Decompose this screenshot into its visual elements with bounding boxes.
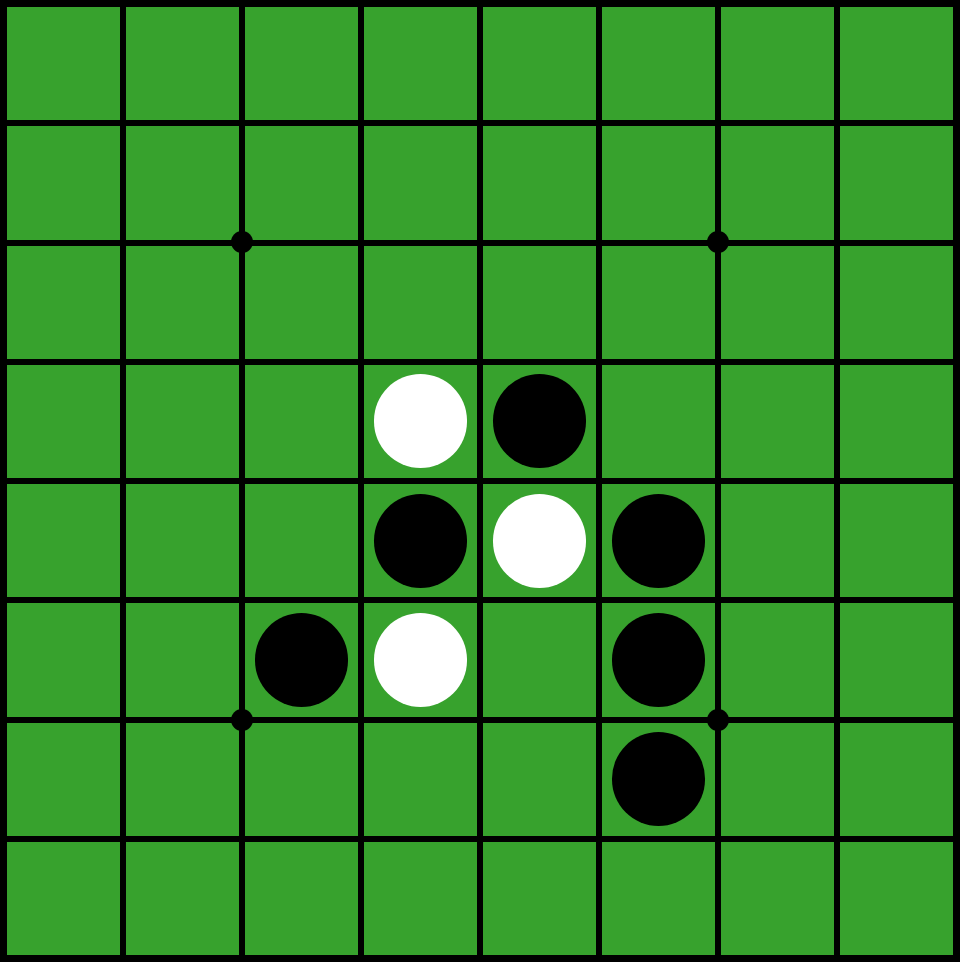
star-point [231,231,253,253]
cell-b1[interactable] [126,7,239,120]
cell-d3[interactable] [364,246,477,359]
cell-f1[interactable] [602,7,715,120]
cell-d6[interactable] [364,603,477,716]
cell-b7[interactable] [126,723,239,836]
cell-e8[interactable] [483,842,596,955]
star-point [707,709,729,731]
cell-f6[interactable] [602,603,715,716]
cell-f4[interactable] [602,365,715,478]
cell-b8[interactable] [126,842,239,955]
cell-a2[interactable] [7,126,120,239]
othello-board [0,0,960,962]
cell-f8[interactable] [602,842,715,955]
cell-c7[interactable] [245,723,358,836]
cell-g5[interactable] [721,484,834,597]
cell-f7[interactable] [602,723,715,836]
black-disc [374,494,468,588]
black-disc [612,732,706,826]
black-disc [612,494,706,588]
black-disc [612,613,706,707]
cell-d7[interactable] [364,723,477,836]
cell-f2[interactable] [602,126,715,239]
cell-b4[interactable] [126,365,239,478]
othello-board-frame [0,0,960,962]
cell-h1[interactable] [840,7,953,120]
cell-a3[interactable] [7,246,120,359]
cell-c8[interactable] [245,842,358,955]
cell-h3[interactable] [840,246,953,359]
cell-e4[interactable] [483,365,596,478]
cell-d1[interactable] [364,7,477,120]
cell-e2[interactable] [483,126,596,239]
cell-e6[interactable] [483,603,596,716]
cell-d2[interactable] [364,126,477,239]
star-point [707,231,729,253]
cell-d8[interactable] [364,842,477,955]
black-disc [255,613,349,707]
cell-h2[interactable] [840,126,953,239]
cell-d4[interactable] [364,365,477,478]
cell-h7[interactable] [840,723,953,836]
white-disc [374,374,468,468]
cell-b5[interactable] [126,484,239,597]
cell-e7[interactable] [483,723,596,836]
cell-g1[interactable] [721,7,834,120]
cell-b3[interactable] [126,246,239,359]
star-point [231,709,253,731]
cell-c5[interactable] [245,484,358,597]
cell-h8[interactable] [840,842,953,955]
cell-b6[interactable] [126,603,239,716]
cell-a8[interactable] [7,842,120,955]
cell-c1[interactable] [245,7,358,120]
cell-c4[interactable] [245,365,358,478]
cell-h4[interactable] [840,365,953,478]
cell-a7[interactable] [7,723,120,836]
cell-f5[interactable] [602,484,715,597]
cell-a1[interactable] [7,7,120,120]
cell-e5[interactable] [483,484,596,597]
cell-c6[interactable] [245,603,358,716]
cell-g6[interactable] [721,603,834,716]
cell-e3[interactable] [483,246,596,359]
cell-g8[interactable] [721,842,834,955]
white-disc [493,494,587,588]
cell-g4[interactable] [721,365,834,478]
cell-g3[interactable] [721,246,834,359]
cell-a4[interactable] [7,365,120,478]
cell-g7[interactable] [721,723,834,836]
cell-c2[interactable] [245,126,358,239]
cell-a6[interactable] [7,603,120,716]
cell-d5[interactable] [364,484,477,597]
cell-e1[interactable] [483,7,596,120]
cell-h5[interactable] [840,484,953,597]
cell-c3[interactable] [245,246,358,359]
black-disc [493,374,587,468]
cell-f3[interactable] [602,246,715,359]
cell-g2[interactable] [721,126,834,239]
cell-a5[interactable] [7,484,120,597]
cell-h6[interactable] [840,603,953,716]
white-disc [374,613,468,707]
cell-b2[interactable] [126,126,239,239]
